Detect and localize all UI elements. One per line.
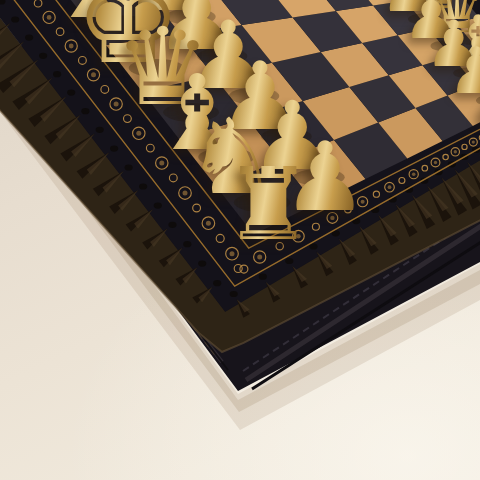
piece-black-pawn-a7[interactable]: ♟	[470, 66, 480, 130]
chess-pieces-layer: ♜♞♝♛♚♝♟♟♟♟♟♟♟♟♟♟♟♟♟♜♞♝♛♚♝♞	[0, 0, 480, 480]
piece-white-rook-a1[interactable]: ♜	[223, 155, 313, 255]
chess-set-photo: ♜♞♝♛♚♝♟♟♟♟♟♟♟♟♟♟♟♟♟♜♞♝♛♚♝♞ rnbqkbnr/pppp…	[0, 0, 480, 480]
